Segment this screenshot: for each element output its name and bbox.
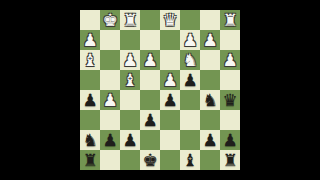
square-e7[interactable] [140,130,160,150]
white-knight-c3[interactable]: ♞ [182,50,197,70]
square-g8[interactable] [100,150,120,170]
square-h5[interactable]: ♟ [80,90,100,110]
black-pawn-h5[interactable]: ♟ [82,90,97,110]
square-h8[interactable]: ♜ [80,150,100,170]
square-e5[interactable] [140,90,160,110]
white-rook-f1[interactable]: ♜ [122,10,137,30]
square-b6[interactable] [200,110,220,130]
black-rook-h8[interactable]: ♜ [82,150,97,170]
white-pawn-h2[interactable]: ♟ [82,30,97,50]
square-c7[interactable] [180,130,200,150]
square-d5[interactable]: ♟ [160,90,180,110]
square-d8[interactable] [160,150,180,170]
white-pawn-e3[interactable]: ♟ [142,50,157,70]
square-f4[interactable]: ♝ [120,70,140,90]
square-b3[interactable] [200,50,220,70]
square-h7[interactable]: ♞ [80,130,100,150]
square-g1[interactable]: ♚ [100,10,120,30]
white-pawn-a3[interactable]: ♟ [222,50,237,70]
letterbox-right [240,0,320,180]
white-bishop-h3[interactable]: ♝ [82,50,97,70]
square-b4[interactable] [200,70,220,90]
square-a5[interactable]: ♛ [220,90,240,110]
square-f8[interactable] [120,150,140,170]
square-f2[interactable] [120,30,140,50]
white-pawn-f3[interactable]: ♟ [122,50,137,70]
square-h2[interactable]: ♟ [80,30,100,50]
square-e1[interactable] [140,10,160,30]
square-d4[interactable]: ♟ [160,70,180,90]
white-rook-a1[interactable]: ♜ [222,10,237,30]
square-f5[interactable] [120,90,140,110]
letterbox-left [0,0,80,180]
square-g6[interactable] [100,110,120,130]
black-rook-a8[interactable]: ♜ [222,150,237,170]
square-e2[interactable] [140,30,160,50]
square-f6[interactable] [120,110,140,130]
white-pawn-g5[interactable]: ♟ [102,90,117,110]
black-bishop-c8[interactable]: ♝ [182,150,197,170]
square-d1[interactable]: ♛ [160,10,180,30]
square-c6[interactable] [180,110,200,130]
black-pawn-c4[interactable]: ♟ [182,70,197,90]
square-e6[interactable]: ♟ [140,110,160,130]
black-king-e8[interactable]: ♚ [142,150,157,170]
white-bishop-f4[interactable]: ♝ [122,70,137,90]
square-b2[interactable]: ♟ [200,30,220,50]
white-king-g1[interactable]: ♚ [102,10,117,30]
chess-app-stage: ♚♜♛♜♟♟♟♝♟♟♞♟♝♟♟♟♟♟♞♛♟♞♟♟♟♟♜♚♝♜ [0,0,320,180]
black-pawn-g7[interactable]: ♟ [102,130,117,150]
white-pawn-d4[interactable]: ♟ [162,70,177,90]
square-d2[interactable] [160,30,180,50]
black-pawn-f7[interactable]: ♟ [122,130,137,150]
black-knight-h7[interactable]: ♞ [82,130,97,150]
black-pawn-d5[interactable]: ♟ [162,90,177,110]
black-queen-a5[interactable]: ♛ [222,90,237,110]
square-a4[interactable] [220,70,240,90]
square-a7[interactable]: ♟ [220,130,240,150]
square-g5[interactable]: ♟ [100,90,120,110]
square-c8[interactable]: ♝ [180,150,200,170]
white-pawn-b2[interactable]: ♟ [202,30,217,50]
square-g2[interactable] [100,30,120,50]
square-c3[interactable]: ♞ [180,50,200,70]
black-knight-b5[interactable]: ♞ [202,90,217,110]
square-e3[interactable]: ♟ [140,50,160,70]
black-pawn-b7[interactable]: ♟ [202,130,217,150]
square-b8[interactable] [200,150,220,170]
square-b5[interactable]: ♞ [200,90,220,110]
square-h6[interactable] [80,110,100,130]
square-h4[interactable] [80,70,100,90]
square-c1[interactable] [180,10,200,30]
square-b1[interactable] [200,10,220,30]
white-queen-d1[interactable]: ♛ [162,10,177,30]
white-pawn-c2[interactable]: ♟ [182,30,197,50]
square-f7[interactable]: ♟ [120,130,140,150]
square-f3[interactable]: ♟ [120,50,140,70]
square-a1[interactable]: ♜ [220,10,240,30]
square-a3[interactable]: ♟ [220,50,240,70]
square-c4[interactable]: ♟ [180,70,200,90]
square-g4[interactable] [100,70,120,90]
square-g7[interactable]: ♟ [100,130,120,150]
square-b7[interactable]: ♟ [200,130,220,150]
black-pawn-a7[interactable]: ♟ [222,130,237,150]
square-h1[interactable] [80,10,100,30]
square-a6[interactable] [220,110,240,130]
square-f1[interactable]: ♜ [120,10,140,30]
chess-board[interactable]: ♚♜♛♜♟♟♟♝♟♟♞♟♝♟♟♟♟♟♞♛♟♞♟♟♟♟♜♚♝♜ [80,10,240,170]
square-h3[interactable]: ♝ [80,50,100,70]
square-d7[interactable] [160,130,180,150]
square-a2[interactable] [220,30,240,50]
square-d3[interactable] [160,50,180,70]
square-c5[interactable] [180,90,200,110]
square-e8[interactable]: ♚ [140,150,160,170]
square-d6[interactable] [160,110,180,130]
square-e4[interactable] [140,70,160,90]
black-pawn-e6[interactable]: ♟ [142,110,157,130]
square-g3[interactable] [100,50,120,70]
square-a8[interactable]: ♜ [220,150,240,170]
square-c2[interactable]: ♟ [180,30,200,50]
